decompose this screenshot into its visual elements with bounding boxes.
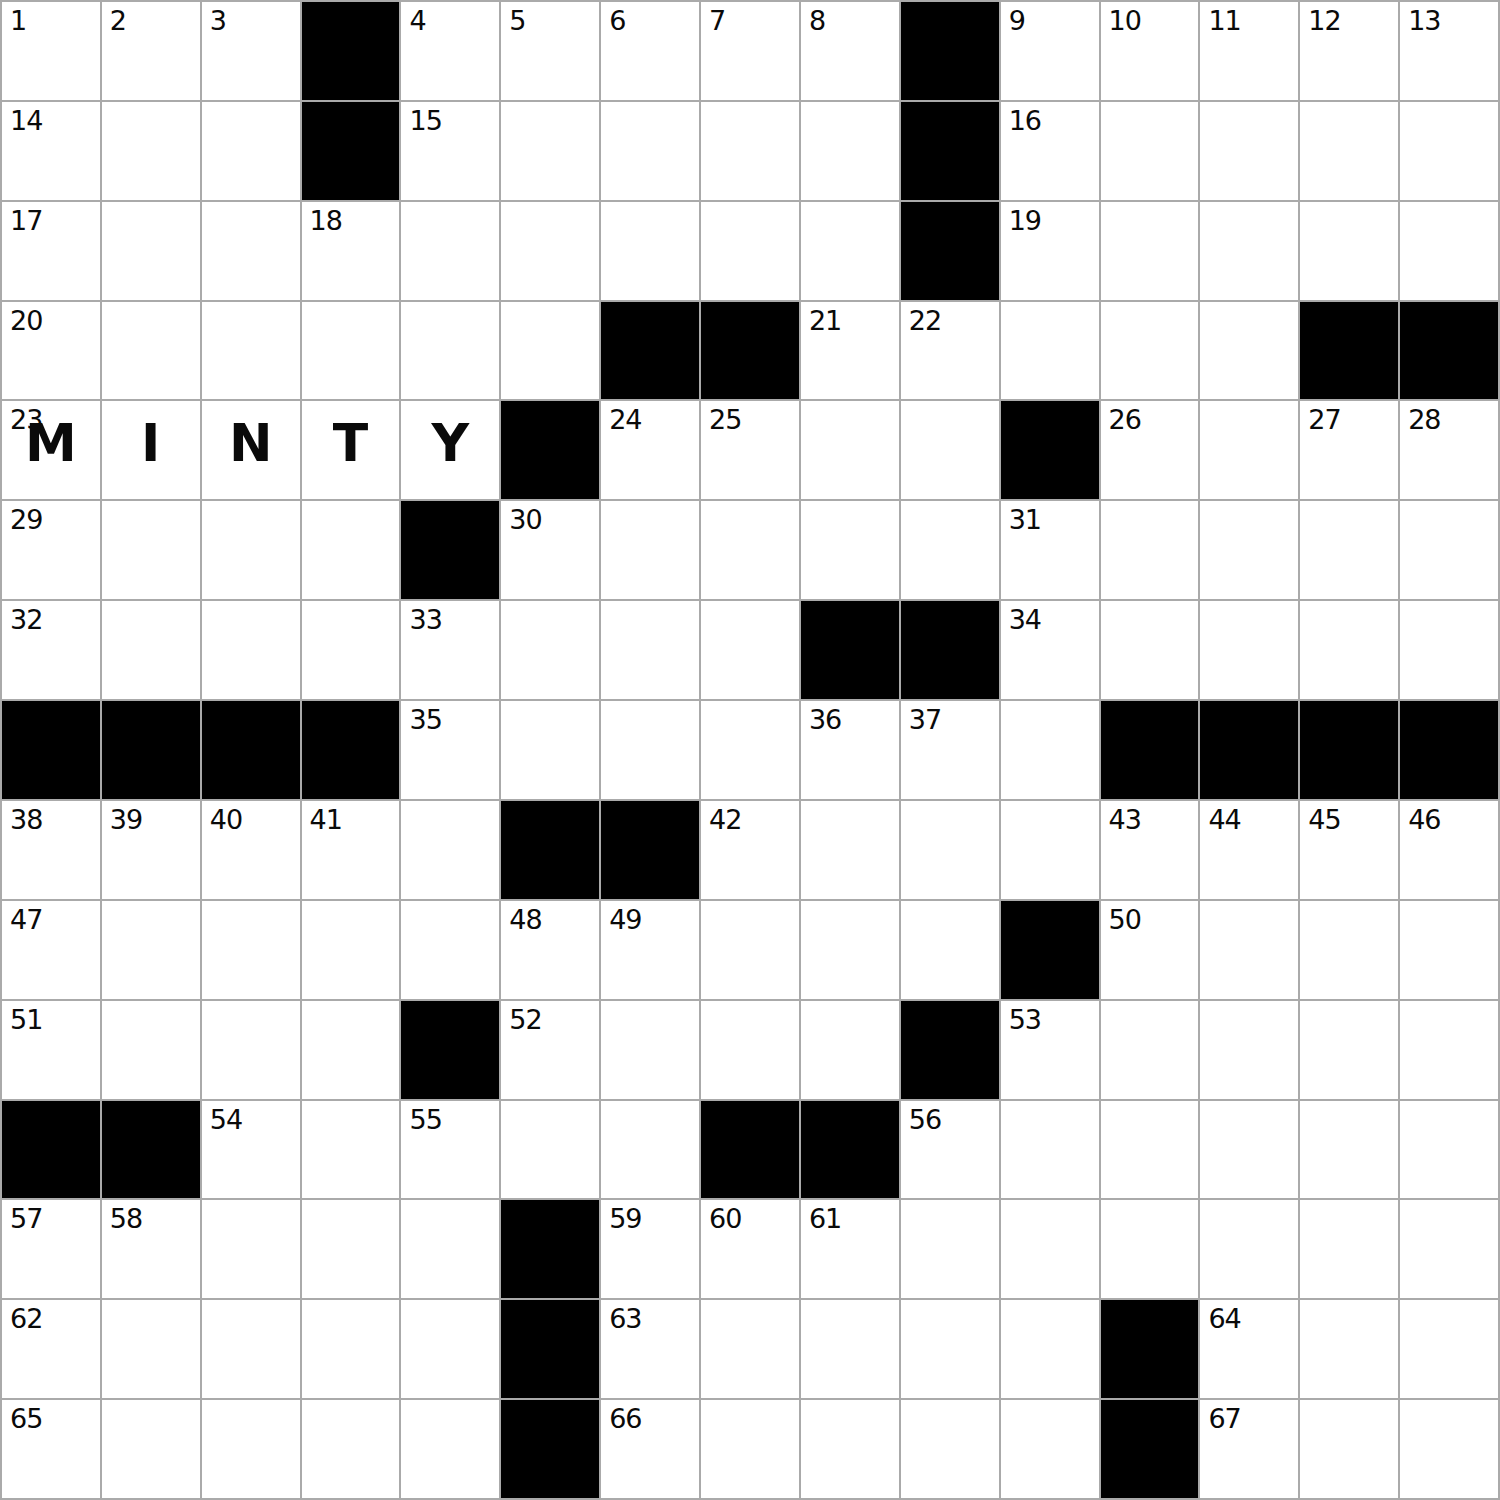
- cell-r2c2[interactable]: [102, 102, 200, 200]
- cell-r1c12[interactable]: 10: [1101, 2, 1199, 100]
- clue-number-45: 45: [1308, 806, 1340, 833]
- cell-r8c7[interactable]: [601, 701, 699, 799]
- cell-r13c4[interactable]: [302, 1200, 400, 1298]
- cell-r3c1[interactable]: 17: [2, 202, 100, 300]
- cell-r5c14[interactable]: 27: [1300, 401, 1398, 499]
- crossword-board: 1234567891011121314151617181920212223MIN…: [0, 0, 1500, 1500]
- black-cell-r5c11: [1001, 401, 1099, 499]
- clue-number-56: 56: [909, 1106, 941, 1133]
- cell-r4c3[interactable]: [202, 302, 300, 400]
- cell-r9c1[interactable]: 38: [2, 801, 100, 899]
- clue-number-19: 19: [1009, 207, 1041, 234]
- cell-r7c6[interactable]: [501, 601, 599, 699]
- cell-r7c15[interactable]: [1400, 601, 1498, 699]
- cell-r3c11[interactable]: 19: [1001, 202, 1099, 300]
- cell-r8c6[interactable]: [501, 701, 599, 799]
- cell-r10c10[interactable]: [901, 901, 999, 999]
- cell-r9c3[interactable]: 40: [202, 801, 300, 899]
- cell-r4c1[interactable]: 20: [2, 302, 100, 400]
- clue-number-60: 60: [709, 1205, 741, 1232]
- clue-number-52: 52: [509, 1006, 541, 1033]
- cell-r11c11[interactable]: 53: [1001, 1001, 1099, 1099]
- clue-number-10: 10: [1109, 7, 1141, 34]
- cell-r5c10[interactable]: [901, 401, 999, 499]
- clue-number-2: 2: [110, 7, 126, 34]
- cell-r15c9[interactable]: [801, 1400, 899, 1498]
- cell-r15c11[interactable]: [1001, 1400, 1099, 1498]
- clue-number-25: 25: [709, 406, 741, 433]
- clue-number-50: 50: [1109, 906, 1141, 933]
- cell-r15c13[interactable]: 67: [1200, 1400, 1298, 1498]
- cell-r10c12[interactable]: 50: [1101, 901, 1199, 999]
- cell-r15c4[interactable]: [302, 1400, 400, 1498]
- black-cell-r14c6: [501, 1300, 599, 1398]
- black-cell-r9c6: [501, 801, 599, 899]
- cell-r4c13[interactable]: [1200, 302, 1298, 400]
- cell-r13c12[interactable]: [1101, 1200, 1199, 1298]
- cell-r10c4[interactable]: [302, 901, 400, 999]
- fill-letter-r5c2: I: [102, 394, 200, 492]
- cell-r10c8[interactable]: [701, 901, 799, 999]
- clue-number-8: 8: [809, 7, 825, 34]
- black-cell-r7c10: [901, 601, 999, 699]
- clue-number-11: 11: [1208, 7, 1240, 34]
- cell-r4c10[interactable]: 22: [901, 302, 999, 400]
- cell-r3c6[interactable]: [501, 202, 599, 300]
- cell-r13c1[interactable]: 57: [2, 1200, 100, 1298]
- cell-r10c13[interactable]: [1200, 901, 1298, 999]
- cell-r6c3[interactable]: [202, 501, 300, 599]
- cell-r13c13[interactable]: [1200, 1200, 1298, 1298]
- cell-r6c9[interactable]: [801, 501, 899, 599]
- cell-r4c12[interactable]: [1101, 302, 1199, 400]
- clue-number-35: 35: [409, 706, 441, 733]
- cell-r10c14[interactable]: [1300, 901, 1398, 999]
- black-cell-r1c4: [302, 2, 400, 100]
- cell-r13c2[interactable]: 58: [102, 1200, 200, 1298]
- cell-r6c13[interactable]: [1200, 501, 1298, 599]
- cell-r10c9[interactable]: [801, 901, 899, 999]
- black-cell-r4c7: [601, 302, 699, 400]
- cell-r1c15[interactable]: 13: [1400, 2, 1498, 100]
- cell-r3c14[interactable]: [1300, 202, 1398, 300]
- cell-r7c4[interactable]: [302, 601, 400, 699]
- clue-number-47: 47: [10, 906, 42, 933]
- cell-r9c13[interactable]: 44: [1200, 801, 1298, 899]
- fill-letter-r5c5: Y: [401, 394, 499, 492]
- black-cell-r9c7: [601, 801, 699, 899]
- cell-r1c1[interactable]: 1: [2, 2, 100, 100]
- cell-r6c1[interactable]: 29: [2, 501, 100, 599]
- cell-r9c14[interactable]: 45: [1300, 801, 1398, 899]
- cell-r14c9[interactable]: [801, 1300, 899, 1398]
- clue-number-31: 31: [1009, 506, 1041, 533]
- cell-r15c5[interactable]: [401, 1400, 499, 1498]
- clue-number-3: 3: [210, 7, 226, 34]
- clue-number-29: 29: [10, 506, 42, 533]
- cell-r11c13[interactable]: [1200, 1001, 1298, 1099]
- clue-number-65: 65: [10, 1405, 42, 1432]
- cell-r5c8[interactable]: 25: [701, 401, 799, 499]
- cell-r2c9[interactable]: [801, 102, 899, 200]
- cell-r1c2[interactable]: 2: [102, 2, 200, 100]
- cell-r9c11[interactable]: [1001, 801, 1099, 899]
- clue-number-6: 6: [609, 7, 625, 34]
- clue-number-58: 58: [110, 1205, 142, 1232]
- clue-number-30: 30: [509, 506, 541, 533]
- clue-number-7: 7: [709, 7, 725, 34]
- cell-r14c13[interactable]: 64: [1200, 1300, 1298, 1398]
- cell-r10c3[interactable]: [202, 901, 300, 999]
- cell-r5c1[interactable]: 23M: [2, 401, 100, 499]
- cell-r3c13[interactable]: [1200, 202, 1298, 300]
- clue-number-51: 51: [10, 1006, 42, 1033]
- black-cell-r5c6: [501, 401, 599, 499]
- clue-number-46: 46: [1408, 806, 1440, 833]
- cell-r3c7[interactable]: [601, 202, 699, 300]
- cell-r6c10[interactable]: [901, 501, 999, 599]
- cell-r2c12[interactable]: [1101, 102, 1199, 200]
- cell-r11c3[interactable]: [202, 1001, 300, 1099]
- cell-r2c3[interactable]: [202, 102, 300, 200]
- clue-number-61: 61: [809, 1205, 841, 1232]
- cell-r15c10[interactable]: [901, 1400, 999, 1498]
- cell-r9c4[interactable]: 41: [302, 801, 400, 899]
- cell-r7c12[interactable]: [1101, 601, 1199, 699]
- clue-number-26: 26: [1109, 406, 1141, 433]
- clue-number-15: 15: [409, 107, 441, 134]
- cell-r1c14[interactable]: 12: [1300, 2, 1398, 100]
- clue-number-42: 42: [709, 806, 741, 833]
- cell-r9c12[interactable]: 43: [1101, 801, 1199, 899]
- cell-r5c3[interactable]: N: [202, 401, 300, 499]
- black-cell-r8c15: [1400, 701, 1498, 799]
- black-cell-r8c13: [1200, 701, 1298, 799]
- cell-r4c4[interactable]: [302, 302, 400, 400]
- cell-r1c11[interactable]: 9: [1001, 2, 1099, 100]
- clue-number-27: 27: [1308, 406, 1340, 433]
- cell-r14c7[interactable]: 63: [601, 1300, 699, 1398]
- cell-r15c8[interactable]: [701, 1400, 799, 1498]
- cell-r7c2[interactable]: [102, 601, 200, 699]
- cell-r11c12[interactable]: [1101, 1001, 1199, 1099]
- cell-r15c1[interactable]: 65: [2, 1400, 100, 1498]
- clue-number-40: 40: [210, 806, 242, 833]
- clue-number-67: 67: [1208, 1405, 1240, 1432]
- cell-r7c5[interactable]: 33: [401, 601, 499, 699]
- cell-r6c6[interactable]: 30: [501, 501, 599, 599]
- cell-r11c9[interactable]: [801, 1001, 899, 1099]
- cell-r14c14[interactable]: [1300, 1300, 1398, 1398]
- black-cell-r12c8: [701, 1101, 799, 1199]
- cell-r5c15[interactable]: 28: [1400, 401, 1498, 499]
- clue-number-13: 13: [1408, 7, 1440, 34]
- cell-r1c9[interactable]: 8: [801, 2, 899, 100]
- cell-r12c7[interactable]: [601, 1101, 699, 1199]
- black-cell-r15c12: [1101, 1400, 1199, 1498]
- black-cell-r3c10: [901, 202, 999, 300]
- fill-letter-r5c4: T: [302, 394, 400, 492]
- cell-r8c10[interactable]: 37: [901, 701, 999, 799]
- cell-r4c5[interactable]: [401, 302, 499, 400]
- black-cell-r8c2: [102, 701, 200, 799]
- black-cell-r11c10: [901, 1001, 999, 1099]
- cell-r8c5[interactable]: 35: [401, 701, 499, 799]
- cell-r9c8[interactable]: 42: [701, 801, 799, 899]
- cell-r2c5[interactable]: 15: [401, 102, 499, 200]
- cell-r3c3[interactable]: [202, 202, 300, 300]
- black-cell-r8c14: [1300, 701, 1398, 799]
- cell-r3c9[interactable]: [801, 202, 899, 300]
- clue-number-21: 21: [809, 307, 841, 334]
- cell-r8c9[interactable]: 36: [801, 701, 899, 799]
- clue-number-55: 55: [409, 1106, 441, 1133]
- clue-number-32: 32: [10, 606, 42, 633]
- cell-r11c7[interactable]: [601, 1001, 699, 1099]
- cell-r11c4[interactable]: [302, 1001, 400, 1099]
- cell-r2c15[interactable]: [1400, 102, 1498, 200]
- clue-number-49: 49: [609, 906, 641, 933]
- cell-r3c12[interactable]: [1101, 202, 1199, 300]
- cell-r2c1[interactable]: 14: [2, 102, 100, 200]
- clue-number-41: 41: [310, 806, 342, 833]
- cell-r6c14[interactable]: [1300, 501, 1398, 599]
- clue-number-37: 37: [909, 706, 941, 733]
- cell-r10c6[interactable]: 48: [501, 901, 599, 999]
- clue-number-17: 17: [10, 207, 42, 234]
- fill-letter-r5c1: M: [2, 394, 100, 492]
- cell-r1c7[interactable]: 6: [601, 2, 699, 100]
- cell-r12c6[interactable]: [501, 1101, 599, 1199]
- cell-r12c13[interactable]: [1200, 1101, 1298, 1199]
- black-cell-r15c6: [501, 1400, 599, 1498]
- cell-r4c6[interactable]: [501, 302, 599, 400]
- cell-r2c6[interactable]: [501, 102, 599, 200]
- clue-number-36: 36: [809, 706, 841, 733]
- cell-r12c12[interactable]: [1101, 1101, 1199, 1199]
- cell-r6c12[interactable]: [1101, 501, 1199, 599]
- cell-r13c15[interactable]: [1400, 1200, 1498, 1298]
- clue-number-43: 43: [1109, 806, 1141, 833]
- cell-r12c14[interactable]: [1300, 1101, 1398, 1199]
- cell-r9c2[interactable]: 39: [102, 801, 200, 899]
- clue-number-62: 62: [10, 1305, 42, 1332]
- clue-number-18: 18: [310, 207, 342, 234]
- cell-r9c9[interactable]: [801, 801, 899, 899]
- cell-r2c14[interactable]: [1300, 102, 1398, 200]
- cell-r8c8[interactable]: [701, 701, 799, 799]
- cell-r3c8[interactable]: [701, 202, 799, 300]
- cell-r15c14[interactable]: [1300, 1400, 1398, 1498]
- cell-r12c15[interactable]: [1400, 1101, 1498, 1199]
- cell-r14c2[interactable]: [102, 1300, 200, 1398]
- cell-r7c13[interactable]: [1200, 601, 1298, 699]
- clue-number-9: 9: [1009, 7, 1025, 34]
- clue-number-20: 20: [10, 307, 42, 334]
- cell-r13c3[interactable]: [202, 1200, 300, 1298]
- cell-r1c6[interactable]: 5: [501, 2, 599, 100]
- black-cell-r12c2: [102, 1101, 200, 1199]
- cell-r6c4[interactable]: [302, 501, 400, 599]
- cell-r1c13[interactable]: 11: [1200, 2, 1298, 100]
- cell-r5c4[interactable]: T: [302, 401, 400, 499]
- cell-r6c7[interactable]: [601, 501, 699, 599]
- clue-number-16: 16: [1009, 107, 1041, 134]
- clue-number-38: 38: [10, 806, 42, 833]
- cell-r8c11[interactable]: [1001, 701, 1099, 799]
- clue-number-57: 57: [10, 1205, 42, 1232]
- cell-r4c2[interactable]: [102, 302, 200, 400]
- cell-r15c15[interactable]: [1400, 1400, 1498, 1498]
- black-cell-r4c8: [701, 302, 799, 400]
- cell-r7c11[interactable]: 34: [1001, 601, 1099, 699]
- cell-r13c5[interactable]: [401, 1200, 499, 1298]
- cell-r3c5[interactable]: [401, 202, 499, 300]
- cell-r14c11[interactable]: [1001, 1300, 1099, 1398]
- clue-number-59: 59: [609, 1205, 641, 1232]
- clue-number-4: 4: [409, 7, 425, 34]
- cell-r11c15[interactable]: [1400, 1001, 1498, 1099]
- black-cell-r8c1: [2, 701, 100, 799]
- black-cell-r2c4: [302, 102, 400, 200]
- cell-r5c13[interactable]: [1200, 401, 1298, 499]
- black-cell-r8c3: [202, 701, 300, 799]
- cell-r2c7[interactable]: [601, 102, 699, 200]
- cell-r9c15[interactable]: 46: [1400, 801, 1498, 899]
- cell-r11c6[interactable]: 52: [501, 1001, 599, 1099]
- cell-r14c15[interactable]: [1400, 1300, 1498, 1398]
- cell-r12c3[interactable]: 54: [202, 1101, 300, 1199]
- cell-r13c7[interactable]: 59: [601, 1200, 699, 1298]
- cell-r13c8[interactable]: 60: [701, 1200, 799, 1298]
- cell-r13c14[interactable]: [1300, 1200, 1398, 1298]
- cell-r4c11[interactable]: [1001, 302, 1099, 400]
- clue-number-54: 54: [210, 1106, 242, 1133]
- cell-r2c11[interactable]: 16: [1001, 102, 1099, 200]
- clue-number-64: 64: [1208, 1305, 1240, 1332]
- cell-r10c5[interactable]: [401, 901, 499, 999]
- cell-r11c1[interactable]: 51: [2, 1001, 100, 1099]
- black-cell-r4c15: [1400, 302, 1498, 400]
- cell-r13c9[interactable]: 61: [801, 1200, 899, 1298]
- cell-r1c8[interactable]: 7: [701, 2, 799, 100]
- clue-number-44: 44: [1208, 806, 1240, 833]
- cell-r12c11[interactable]: [1001, 1101, 1099, 1199]
- black-cell-r2c10: [901, 102, 999, 200]
- cell-r10c2[interactable]: [102, 901, 200, 999]
- black-cell-r1c10: [901, 2, 999, 100]
- black-cell-r8c12: [1101, 701, 1199, 799]
- cell-r2c13[interactable]: [1200, 102, 1298, 200]
- clue-number-1: 1: [10, 7, 26, 34]
- cell-r15c7[interactable]: 66: [601, 1400, 699, 1498]
- cell-r5c12[interactable]: 26: [1101, 401, 1199, 499]
- cell-r11c8[interactable]: [701, 1001, 799, 1099]
- cell-r6c15[interactable]: [1400, 501, 1498, 599]
- cell-r12c10[interactable]: 56: [901, 1101, 999, 1199]
- cell-r14c3[interactable]: [202, 1300, 300, 1398]
- fill-letter-r5c3: N: [202, 394, 300, 492]
- cell-r3c4[interactable]: 18: [302, 202, 400, 300]
- black-cell-r12c9: [801, 1101, 899, 1199]
- cell-r11c14[interactable]: [1300, 1001, 1398, 1099]
- cell-r14c5[interactable]: [401, 1300, 499, 1398]
- cell-r5c5[interactable]: Y: [401, 401, 499, 499]
- black-cell-r8c4: [302, 701, 400, 799]
- cell-r3c15[interactable]: [1400, 202, 1498, 300]
- clue-number-12: 12: [1308, 7, 1340, 34]
- clue-number-28: 28: [1408, 406, 1440, 433]
- black-cell-r11c5: [401, 1001, 499, 1099]
- cell-r14c4[interactable]: [302, 1300, 400, 1398]
- cell-r7c14[interactable]: [1300, 601, 1398, 699]
- cell-r9c10[interactable]: [901, 801, 999, 899]
- clue-number-66: 66: [609, 1405, 641, 1432]
- cell-r5c9[interactable]: [801, 401, 899, 499]
- cell-r10c1[interactable]: 47: [2, 901, 100, 999]
- cell-r4c9[interactable]: 21: [801, 302, 899, 400]
- clue-number-14: 14: [10, 107, 42, 134]
- cell-r1c5[interactable]: 4: [401, 2, 499, 100]
- black-cell-r4c14: [1300, 302, 1398, 400]
- cell-r5c2[interactable]: I: [102, 401, 200, 499]
- cell-r5c7[interactable]: 24: [601, 401, 699, 499]
- clue-number-53: 53: [1009, 1006, 1041, 1033]
- cell-r11c2[interactable]: [102, 1001, 200, 1099]
- black-cell-r12c1: [2, 1101, 100, 1199]
- cell-r3c2[interactable]: [102, 202, 200, 300]
- cell-r14c1[interactable]: 62: [2, 1300, 100, 1398]
- cell-r14c8[interactable]: [701, 1300, 799, 1398]
- cell-r12c4[interactable]: [302, 1101, 400, 1199]
- cell-r12c5[interactable]: 55: [401, 1101, 499, 1199]
- cell-r1c3[interactable]: 3: [202, 2, 300, 100]
- cell-r7c1[interactable]: 32: [2, 601, 100, 699]
- cell-r6c11[interactable]: 31: [1001, 501, 1099, 599]
- cell-r9c5[interactable]: [401, 801, 499, 899]
- black-cell-r6c5: [401, 501, 499, 599]
- clue-number-34: 34: [1009, 606, 1041, 633]
- black-cell-r13c6: [501, 1200, 599, 1298]
- clue-number-48: 48: [509, 906, 541, 933]
- black-cell-r14c12: [1101, 1300, 1199, 1398]
- cell-r15c3[interactable]: [202, 1400, 300, 1498]
- cell-r2c8[interactable]: [701, 102, 799, 200]
- cell-r13c10[interactable]: [901, 1200, 999, 1298]
- cell-r7c7[interactable]: [601, 601, 699, 699]
- cell-r7c3[interactable]: [202, 601, 300, 699]
- clue-number-33: 33: [409, 606, 441, 633]
- cell-r15c2[interactable]: [102, 1400, 200, 1498]
- black-cell-r10c11: [1001, 901, 1099, 999]
- clue-number-63: 63: [609, 1305, 641, 1332]
- clue-number-39: 39: [110, 806, 142, 833]
- black-cell-r7c9: [801, 601, 899, 699]
- cell-r7c8[interactable]: [701, 601, 799, 699]
- clue-number-22: 22: [909, 307, 941, 334]
- cell-r10c15[interactable]: [1400, 901, 1498, 999]
- cell-r10c7[interactable]: 49: [601, 901, 699, 999]
- cell-r14c10[interactable]: [901, 1300, 999, 1398]
- cell-r6c2[interactable]: [102, 501, 200, 599]
- clue-number-5: 5: [509, 7, 525, 34]
- cell-r6c8[interactable]: [701, 501, 799, 599]
- clue-number-24: 24: [609, 406, 641, 433]
- cell-r13c11[interactable]: [1001, 1200, 1099, 1298]
